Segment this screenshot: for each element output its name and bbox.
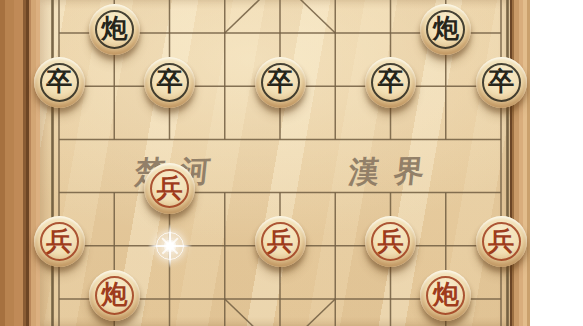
piece-character: 兵	[488, 228, 514, 254]
piece-red-pawn-file7-rank6[interactable]: 兵	[365, 216, 416, 267]
piece-red-pawn-file9-rank6[interactable]: 兵	[476, 216, 527, 267]
piece-red-pawn-file5-rank6[interactable]: 兵	[255, 216, 306, 267]
piece-black-pawn-file9-rank3[interactable]: 卒	[476, 57, 527, 108]
piece-character: 炮	[433, 15, 459, 41]
crosshair-center-dot	[163, 239, 177, 253]
piece-character: 炮	[433, 281, 459, 307]
piece-red-pawn-file3-rank5[interactable]: 兵	[144, 163, 195, 214]
piece-black-pawn-file3-rank3[interactable]: 卒	[144, 57, 195, 108]
piece-black-pawn-file5-rank3[interactable]: 卒	[255, 57, 306, 108]
piece-character: 兵	[267, 228, 293, 254]
piece-character: 卒	[46, 68, 72, 94]
piece-character: 卒	[378, 68, 404, 94]
piece-character: 卒	[267, 68, 293, 94]
piece-black-pawn-file1-rank3[interactable]: 卒	[34, 57, 85, 108]
piece-character: 卒	[157, 68, 183, 94]
piece-character: 卒	[488, 68, 514, 94]
piece-black-cannon-file2-rank2[interactable]: 炮	[89, 4, 140, 55]
piece-red-cannon-file8-rank7[interactable]: 炮	[420, 270, 471, 321]
piece-red-cannon-file2-rank7[interactable]: 炮	[89, 270, 140, 321]
piece-red-pawn-file1-rank6[interactable]: 兵	[34, 216, 85, 267]
piece-black-pawn-file7-rank3[interactable]: 卒	[365, 57, 416, 108]
piece-character: 兵	[378, 228, 404, 254]
river-label-han-jie: 漢界	[347, 151, 441, 194]
piece-character: 炮	[101, 281, 127, 307]
xiangqi-game-window: 楚河 漢界 炮炮卒卒卒卒卒兵兵兵兵兵炮炮	[0, 0, 530, 326]
piece-character: 炮	[101, 15, 127, 41]
piece-character: 兵	[157, 175, 183, 201]
crosshair-cursor	[153, 229, 187, 263]
piece-character: 兵	[46, 228, 72, 254]
piece-black-cannon-file8-rank2[interactable]: 炮	[420, 4, 471, 55]
